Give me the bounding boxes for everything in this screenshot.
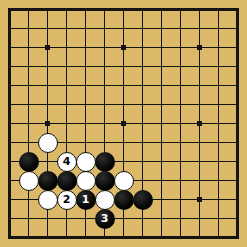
stone-white xyxy=(114,171,134,191)
stone-black xyxy=(114,190,134,210)
stone-white-move-4: 4 xyxy=(57,152,77,172)
star-point xyxy=(121,45,126,50)
star-point xyxy=(197,121,202,126)
stone-black xyxy=(133,190,153,210)
stone-black xyxy=(38,171,58,191)
stone-white xyxy=(76,152,96,172)
stone-black-move-1: 1 xyxy=(76,190,96,210)
stone-black xyxy=(95,152,115,172)
stone-white xyxy=(76,171,96,191)
star-point xyxy=(197,197,202,202)
stone-black xyxy=(57,171,77,191)
stone-white xyxy=(95,190,115,210)
star-point xyxy=(197,45,202,50)
go-diagram: 4213 xyxy=(0,0,247,247)
stone-white xyxy=(19,171,39,191)
stone-white xyxy=(38,133,58,153)
star-point xyxy=(45,45,50,50)
stone-black xyxy=(19,152,39,172)
stone-black xyxy=(95,171,115,191)
star-point xyxy=(45,121,50,126)
stone-black-move-3: 3 xyxy=(95,209,115,229)
stone-white-move-2: 2 xyxy=(57,190,77,210)
stone-white xyxy=(38,190,58,210)
star-point xyxy=(121,121,126,126)
